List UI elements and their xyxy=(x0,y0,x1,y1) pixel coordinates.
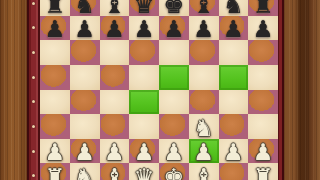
white-pawn-piece[interactable]: ♟ xyxy=(223,141,244,164)
white-rook-piece[interactable]: ♜ xyxy=(45,166,66,180)
square-c2[interactable]: ♟ xyxy=(100,139,130,164)
white-queen-piece[interactable]: ♛ xyxy=(134,166,155,180)
square-f4[interactable] xyxy=(189,90,219,115)
square-h5[interactable] xyxy=(248,65,278,90)
rank-marker-dot-8 xyxy=(32,2,35,5)
black-pawn-piece[interactable]: ♟ xyxy=(223,18,244,41)
square-g2[interactable]: ♟ xyxy=(219,139,249,164)
chess-board: ♜♞♝♛♚♝♞♜♟♟♟♟♟♟♟♟♞♟♟♟♟♟♟♟♟♜♞♝♛♚♝♜ xyxy=(40,0,278,180)
square-c4[interactable] xyxy=(100,90,130,115)
rank-marker-dot-4 xyxy=(32,100,35,103)
rank-marker-dot-2 xyxy=(32,150,35,153)
square-g4[interactable] xyxy=(219,90,249,115)
square-b3[interactable] xyxy=(70,114,100,139)
white-pawn-piece[interactable]: ♟ xyxy=(104,141,125,164)
white-bishop-piece[interactable]: ♝ xyxy=(104,166,125,180)
square-f7[interactable]: ♟ xyxy=(189,16,219,41)
square-c3[interactable] xyxy=(100,114,130,139)
black-pawn-piece[interactable]: ♟ xyxy=(253,18,274,41)
chess-app-window: ♜♞♝♛♚♝♞♜♟♟♟♟♟♟♟♟♞♟♟♟♟♟♟♟♟♜♞♝♛♚♝♜ xyxy=(0,0,320,180)
square-b2[interactable]: ♟ xyxy=(70,139,100,164)
white-pawn-piece[interactable]: ♟ xyxy=(45,141,66,164)
rank-marker-dot-1 xyxy=(32,174,35,177)
black-rook-piece[interactable]: ♜ xyxy=(253,0,274,17)
square-d5[interactable] xyxy=(129,65,159,90)
square-a5[interactable] xyxy=(40,65,70,90)
square-d2[interactable]: ♟ xyxy=(129,139,159,164)
square-d7[interactable]: ♟ xyxy=(129,16,159,41)
rank-marker-dot-3 xyxy=(32,125,35,128)
square-b1[interactable]: ♞ xyxy=(70,163,100,180)
square-a4[interactable] xyxy=(40,90,70,115)
square-c8[interactable]: ♝ xyxy=(100,0,130,16)
black-pawn-piece[interactable]: ♟ xyxy=(74,18,95,41)
white-pawn-piece[interactable]: ♟ xyxy=(193,141,214,164)
black-pawn-piece[interactable]: ♟ xyxy=(164,18,185,41)
square-a8[interactable]: ♜ xyxy=(40,0,70,16)
black-pawn-piece[interactable]: ♟ xyxy=(193,18,214,41)
square-g3[interactable] xyxy=(219,114,249,139)
square-d3[interactable] xyxy=(129,114,159,139)
square-h4[interactable] xyxy=(248,90,278,115)
square-e5[interactable] xyxy=(159,65,189,90)
square-h6[interactable] xyxy=(248,40,278,65)
square-h1[interactable]: ♜ xyxy=(248,163,278,180)
square-d6[interactable] xyxy=(129,40,159,65)
square-g1[interactable] xyxy=(219,163,249,180)
square-c7[interactable]: ♟ xyxy=(100,16,130,41)
square-c5[interactable] xyxy=(100,65,130,90)
square-f1[interactable]: ♝ xyxy=(189,163,219,180)
square-b7[interactable]: ♟ xyxy=(70,16,100,41)
black-bishop-piece[interactable]: ♝ xyxy=(193,0,214,17)
square-d4[interactable] xyxy=(129,90,159,115)
square-f6[interactable] xyxy=(189,40,219,65)
rank-marker-dot-7 xyxy=(32,26,35,29)
white-bishop-piece[interactable]: ♝ xyxy=(193,166,214,180)
square-d8[interactable]: ♛ xyxy=(129,0,159,16)
black-rook-piece[interactable]: ♜ xyxy=(45,0,66,17)
black-knight-piece[interactable]: ♞ xyxy=(74,0,95,17)
square-b5[interactable] xyxy=(70,65,100,90)
square-d1[interactable]: ♛ xyxy=(129,163,159,180)
square-a7[interactable]: ♟ xyxy=(40,16,70,41)
square-e6[interactable] xyxy=(159,40,189,65)
square-f2[interactable]: ♟ xyxy=(189,139,219,164)
black-bishop-piece[interactable]: ♝ xyxy=(104,0,125,17)
white-rook-piece[interactable]: ♜ xyxy=(253,166,274,180)
black-pawn-piece[interactable]: ♟ xyxy=(45,18,66,41)
square-a2[interactable]: ♟ xyxy=(40,139,70,164)
white-pawn-piece[interactable]: ♟ xyxy=(253,141,274,164)
square-a6[interactable] xyxy=(40,40,70,65)
square-e3[interactable] xyxy=(159,114,189,139)
white-pawn-piece[interactable]: ♟ xyxy=(134,141,155,164)
square-h3[interactable] xyxy=(248,114,278,139)
square-c6[interactable] xyxy=(100,40,130,65)
square-b4[interactable] xyxy=(70,90,100,115)
white-pawn-piece[interactable]: ♟ xyxy=(164,141,185,164)
rank-marker-dot-5 xyxy=(32,76,35,79)
square-h8[interactable]: ♜ xyxy=(248,0,278,16)
black-queen-piece[interactable]: ♛ xyxy=(134,0,155,17)
square-h7[interactable]: ♟ xyxy=(248,16,278,41)
square-f8[interactable]: ♝ xyxy=(189,0,219,16)
square-a3[interactable] xyxy=(40,114,70,139)
wood-frame-right xyxy=(284,0,320,180)
square-g6[interactable] xyxy=(219,40,249,65)
square-a1[interactable]: ♜ xyxy=(40,163,70,180)
black-king-piece[interactable]: ♚ xyxy=(164,0,185,17)
board-spine-edge xyxy=(27,0,40,180)
black-pawn-piece[interactable]: ♟ xyxy=(134,18,155,41)
square-e1[interactable]: ♚ xyxy=(159,163,189,180)
square-h2[interactable]: ♟ xyxy=(248,139,278,164)
white-king-piece[interactable]: ♚ xyxy=(164,166,185,180)
wood-frame-left xyxy=(0,0,27,180)
square-c1[interactable]: ♝ xyxy=(100,163,130,180)
white-pawn-piece[interactable]: ♟ xyxy=(74,141,95,164)
rank-marker-dot-6 xyxy=(32,51,35,54)
square-g5[interactable] xyxy=(219,65,249,90)
square-g7[interactable]: ♟ xyxy=(219,16,249,41)
white-knight-piece[interactable]: ♞ xyxy=(74,166,95,180)
square-g8[interactable]: ♞ xyxy=(219,0,249,16)
square-b6[interactable] xyxy=(70,40,100,65)
white-knight-piece[interactable]: ♞ xyxy=(193,117,214,140)
square-e4[interactable] xyxy=(159,90,189,115)
black-knight-piece[interactable]: ♞ xyxy=(223,0,244,17)
square-e2[interactable]: ♟ xyxy=(159,139,189,164)
square-e7[interactable]: ♟ xyxy=(159,16,189,41)
square-f3[interactable]: ♞ xyxy=(189,114,219,139)
black-pawn-piece[interactable]: ♟ xyxy=(104,18,125,41)
square-f5[interactable] xyxy=(189,65,219,90)
square-b8[interactable]: ♞ xyxy=(70,0,100,16)
square-e8[interactable]: ♚ xyxy=(159,0,189,16)
